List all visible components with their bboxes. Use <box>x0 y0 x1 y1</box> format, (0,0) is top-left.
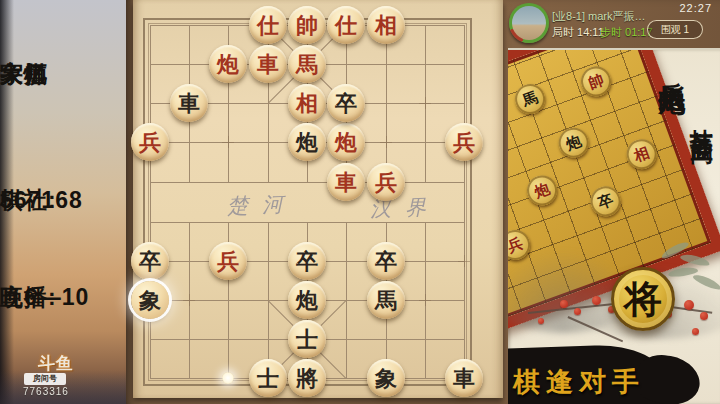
poster-piece-black: 炮 <box>554 124 592 162</box>
piece-black-士[interactable]: 士 <box>288 320 326 358</box>
piece-red-炮[interactable]: 炮 <box>209 45 247 83</box>
plum-blossom <box>684 300 694 310</box>
room-number: 7763316 <box>23 386 69 397</box>
move-timer: 步时 01:17 <box>600 25 653 40</box>
piece-black-車[interactable]: 車 <box>170 84 208 122</box>
piece-red-炮[interactable]: 炮 <box>327 123 365 161</box>
piece-red-兵[interactable]: 兵 <box>209 242 247 280</box>
room-number-label: 房间号 <box>24 373 66 385</box>
piece-red-馬[interactable]: 馬 <box>288 45 326 83</box>
piece-red-仕[interactable]: 仕 <box>327 6 365 44</box>
xiangqi-board[interactable]: 楚河 汉界 仕帥仕相炮車馬相兵炮兵車兵兵車卒炮卒卒卒象炮馬士士將象車 <box>133 0 503 398</box>
plum-blossom <box>692 328 699 335</box>
poster-piece-black: 馬 <box>511 80 549 118</box>
piece-black-象[interactable]: 象 <box>367 359 405 397</box>
poster-piece-red: 炮 <box>523 171 561 209</box>
piece-black-炮[interactable]: 炮 <box>288 281 326 319</box>
piece-black-卒[interactable]: 卒 <box>367 242 405 280</box>
poster-piece-black: 卒 <box>586 182 624 220</box>
piece-red-兵[interactable]: 兵 <box>131 123 169 161</box>
poster-banner-text: 棋逢对手 <box>513 364 673 400</box>
plum-blossom <box>560 300 568 308</box>
poster-general-piece: 将 <box>611 267 675 331</box>
live-time: 晚6—10 <box>0 281 89 314</box>
system-clock: 22:27 <box>664 2 712 14</box>
left-info-panel: 宇忆 象棋 大师 棋社: 567168 直播: 晚6—10 斗鱼 房间号 776… <box>0 0 126 404</box>
plum-blossom <box>538 318 544 324</box>
piece-black-卒[interactable]: 卒 <box>327 84 365 122</box>
piece-black-象[interactable]: 象 <box>131 281 169 319</box>
plum-blossom <box>592 296 601 305</box>
plum-blossom <box>574 308 581 315</box>
piece-red-仕[interactable]: 仕 <box>249 6 287 44</box>
douyu-logo: 斗鱼 <box>38 352 74 375</box>
piece-red-兵[interactable]: 兵 <box>367 163 405 201</box>
avatar-image <box>512 6 546 40</box>
last-move-origin-dot <box>222 372 234 384</box>
piece-red-車[interactable]: 車 <box>249 45 287 83</box>
piece-black-卒[interactable]: 卒 <box>131 242 169 280</box>
piece-red-車[interactable]: 車 <box>327 163 365 201</box>
calligraphy-column-1: 兵挺炮鸣 <box>654 60 690 72</box>
piece-red-帥[interactable]: 帥 <box>288 6 326 44</box>
club-number: 567168 <box>0 184 83 217</box>
opponent-name: [业8-1] mark严振… <box>552 9 646 24</box>
poster-piece-red: 相 <box>622 135 660 173</box>
spectator-badge[interactable]: 围观 1 <box>647 20 703 39</box>
piece-black-車[interactable]: 車 <box>445 359 483 397</box>
game-timer: 局时 14:11 <box>552 25 604 40</box>
piece-black-馬[interactable]: 馬 <box>367 281 405 319</box>
piece-black-炮[interactable]: 炮 <box>288 123 326 161</box>
piece-red-相[interactable]: 相 <box>288 84 326 122</box>
right-poster-panel: 車馬炮帥炮兵卒相 兵挺炮鸣 技艺盖世间 将 棋逢对手 <box>508 48 720 404</box>
piece-black-卒[interactable]: 卒 <box>288 242 326 280</box>
douyu-watermark: 斗鱼 房间号 7763316 <box>10 352 110 402</box>
poster-piece-red: 帥 <box>577 62 615 100</box>
opponent-avatar[interactable] <box>509 3 549 43</box>
stream-screenshot: 宇忆 象棋 大师 棋社: 567168 直播: 晚6—10 斗鱼 房间号 776… <box>0 0 720 404</box>
piece-red-兵[interactable]: 兵 <box>445 123 483 161</box>
channel-title-line3: 大师 <box>0 58 48 91</box>
piece-black-士[interactable]: 士 <box>249 359 287 397</box>
plum-blossom <box>700 312 708 320</box>
poster-piece-black: 車 <box>508 126 509 164</box>
piece-red-相[interactable]: 相 <box>367 6 405 44</box>
piece-black-將[interactable]: 將 <box>288 359 326 397</box>
board-pieces: 仕帥仕相炮車馬相兵炮兵車兵兵車卒炮卒卒卒象炮馬士士將象車 <box>133 0 503 398</box>
calligraphy-column-2: 技艺盖世间 <box>687 110 718 125</box>
